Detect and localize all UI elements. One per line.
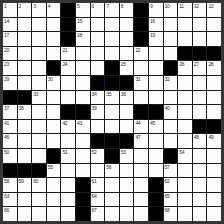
cell-r12c6[interactable] (76, 164, 90, 178)
cell-r15c7[interactable]: 67 (91, 207, 105, 221)
cell-r12c10[interactable] (134, 164, 148, 178)
cell-r7c10[interactable] (134, 91, 148, 105)
cell-r9c1[interactable]: 41 (3, 120, 17, 134)
clue-number-4: 4 (48, 3, 50, 9)
cell-r15c12[interactable]: 68 (164, 207, 178, 221)
cell-r4c13-block (178, 47, 192, 61)
cell-r8c13[interactable] (178, 105, 192, 119)
cell-r7c15[interactable] (207, 91, 221, 105)
cell-r6c15[interactable] (207, 76, 221, 90)
clue-number-49: 49 (208, 134, 213, 140)
cell-r6c5[interactable] (61, 76, 75, 90)
clue-number-18: 18 (77, 32, 82, 38)
cell-r7c7[interactable]: 34 (91, 91, 105, 105)
clue-number-35: 35 (106, 91, 111, 97)
cell-r7c3[interactable]: 33 (32, 91, 46, 105)
cell-r11c3[interactable] (32, 149, 46, 163)
cell-r9c11[interactable]: 45 (149, 120, 163, 134)
cell-r14c11-block (149, 193, 163, 207)
cell-r5c14[interactable]: 27 (193, 61, 207, 75)
clue-number-39: 39 (92, 105, 97, 111)
cell-r6c13[interactable] (178, 76, 192, 90)
cell-r1c1[interactable]: 1 (3, 3, 17, 17)
clue-number-53: 53 (121, 149, 126, 155)
clue-number-68: 68 (165, 207, 170, 213)
cell-r15c11-block (149, 207, 163, 221)
cell-r12c11[interactable] (149, 164, 163, 178)
clue-number-8: 8 (121, 3, 123, 9)
clue-number-41: 41 (4, 120, 9, 126)
cell-r8c7[interactable]: 39 (91, 105, 105, 119)
cell-r5c3[interactable] (32, 61, 46, 75)
cell-r12c5[interactable] (61, 164, 75, 178)
cell-r3c10-block (134, 32, 148, 46)
cell-r5c5[interactable]: 24 (61, 61, 75, 75)
cell-r7c1-block (3, 91, 17, 105)
cell-r12c12[interactable]: 57 (164, 164, 178, 178)
cell-r8c11-block (149, 105, 163, 119)
cell-r6c10[interactable]: 31 (134, 76, 148, 90)
clue-number-28: 28 (208, 61, 213, 67)
cell-r4c2[interactable] (18, 47, 32, 61)
cell-r1c12[interactable]: 10 (164, 3, 178, 17)
clue-number-7: 7 (106, 3, 108, 9)
clue-number-43: 43 (77, 120, 82, 126)
cell-r13c12[interactable]: 62 (164, 178, 178, 192)
cell-r15c5[interactable] (61, 207, 75, 221)
clue-number-13: 13 (208, 3, 213, 9)
cell-r13c14[interactable] (193, 178, 207, 192)
cell-r5c1[interactable]: 23 (3, 61, 17, 75)
cell-r2c3[interactable] (32, 18, 46, 32)
cell-r1c10-block (134, 3, 148, 17)
cell-r15c4[interactable] (47, 207, 61, 221)
cell-r14c3[interactable] (32, 193, 46, 207)
cell-r4c1[interactable]: 20 (3, 47, 17, 61)
cell-r1c4[interactable]: 4 (47, 3, 61, 17)
cell-r11c10[interactable] (134, 149, 148, 163)
clue-number-12: 12 (194, 3, 199, 9)
cell-r3c4[interactable] (47, 32, 61, 46)
clue-number-52: 52 (92, 149, 97, 155)
cell-r7c2-block (18, 91, 32, 105)
cell-r15c9[interactable] (120, 207, 134, 221)
cell-r8c12[interactable]: 40 (164, 105, 178, 119)
crossword-grid: 1234567891011121314151617181920212223242… (0, 0, 224, 224)
cell-r1c8[interactable]: 7 (105, 3, 119, 17)
cell-r15c8[interactable] (105, 207, 119, 221)
cell-r12c1-block (3, 164, 17, 178)
clue-number-22: 22 (135, 47, 140, 53)
cell-r12c2-block (18, 164, 32, 178)
cell-r13c2[interactable]: 59 (18, 178, 32, 192)
clue-number-24: 24 (62, 61, 67, 67)
cell-r6c9-block (120, 76, 134, 90)
clue-number-47: 47 (135, 134, 140, 140)
clue-number-25: 25 (121, 61, 126, 67)
cell-r7c13[interactable] (178, 91, 192, 105)
cell-r3c15[interactable] (207, 32, 221, 46)
cell-r11c4-block (47, 149, 61, 163)
cell-r3c1[interactable]: 17 (3, 32, 17, 46)
cell-r15c10[interactable] (134, 207, 148, 221)
cell-r15c1[interactable]: 66 (3, 207, 17, 221)
cell-r9c7[interactable] (91, 120, 105, 134)
cell-r3c6[interactable]: 18 (76, 32, 90, 46)
cell-r11c7[interactable]: 52 (91, 149, 105, 163)
cell-r13c15[interactable] (207, 178, 221, 192)
cell-r10c3[interactable] (32, 134, 46, 148)
clue-number-20: 20 (4, 47, 9, 53)
cell-r13c13[interactable] (178, 178, 192, 192)
clue-number-26: 26 (179, 61, 184, 67)
cell-r10c13[interactable] (178, 134, 192, 148)
cell-r1c5-block (61, 3, 75, 17)
cell-r10c11[interactable] (149, 134, 163, 148)
cell-r14c9[interactable] (120, 193, 134, 207)
cell-r3c2[interactable] (18, 32, 32, 46)
cell-r13c4[interactable] (47, 178, 61, 192)
crossword-puzzle: 1234567891011121314151617181920212223242… (0, 0, 224, 224)
cell-r2c7[interactable] (91, 18, 105, 32)
cell-r3c13[interactable] (178, 32, 192, 46)
cell-r3c14[interactable] (193, 32, 207, 46)
cell-r5c4-block (47, 61, 61, 75)
clue-number-42: 42 (62, 120, 67, 126)
cell-r2c4[interactable] (47, 18, 61, 32)
clue-number-46: 46 (4, 134, 9, 140)
clue-number-37: 37 (4, 105, 9, 111)
cell-r3c8[interactable] (105, 32, 119, 46)
cell-r1c6[interactable]: 5 (76, 3, 90, 17)
cell-r11c6[interactable] (76, 149, 90, 163)
cell-r14c15[interactable] (207, 193, 221, 207)
clue-number-27: 27 (194, 61, 199, 67)
cell-r11c12-block (164, 149, 178, 163)
cell-r7c5[interactable] (61, 91, 75, 105)
cell-r10c7-block (91, 134, 105, 148)
cell-r9c12[interactable] (164, 120, 178, 134)
cell-r9c3[interactable] (32, 120, 46, 134)
clue-number-30: 30 (48, 76, 53, 82)
clue-number-50: 50 (4, 149, 9, 155)
cell-r9c14-block (193, 120, 207, 134)
cell-r12c3-block (32, 164, 46, 178)
cell-r6c4[interactable]: 30 (47, 76, 61, 90)
clue-number-15: 15 (77, 18, 82, 24)
cell-r15c14[interactable] (193, 207, 207, 221)
cell-r2c8[interactable] (105, 18, 119, 32)
cell-r7c8[interactable]: 35 (105, 91, 119, 105)
cell-r13c11-block (149, 178, 163, 192)
cell-r5c11[interactable] (149, 61, 163, 75)
cell-r4c12[interactable] (164, 47, 178, 61)
clue-number-14: 14 (4, 18, 9, 24)
clue-number-40: 40 (165, 105, 170, 111)
cell-r6c12[interactable]: 32 (164, 76, 178, 90)
clue-number-5: 5 (77, 3, 79, 9)
cell-r8c9[interactable] (120, 105, 134, 119)
cell-r1c2[interactable]: 2 (18, 3, 32, 17)
cell-r10c8-block (105, 134, 119, 148)
cell-r10c1[interactable]: 46 (3, 134, 17, 148)
cell-r4c14-block (193, 47, 207, 61)
clue-number-61: 61 (92, 178, 97, 184)
cell-r11c14[interactable] (193, 149, 207, 163)
clue-number-11: 11 (179, 3, 184, 9)
cell-r14c6-block (76, 193, 90, 207)
cell-r11c11[interactable] (149, 149, 163, 163)
cell-r2c11[interactable]: 16 (149, 18, 163, 32)
cell-r11c9[interactable]: 53 (120, 149, 134, 163)
clue-number-54: 54 (179, 149, 184, 155)
cell-r4c10[interactable]: 22 (134, 47, 148, 61)
cell-r8c8[interactable] (105, 105, 119, 119)
cell-r14c12[interactable]: 65 (164, 193, 178, 207)
cell-r9c9[interactable] (120, 120, 134, 134)
cell-r15c13[interactable] (178, 207, 192, 221)
cell-r11c8-block (105, 149, 119, 163)
cell-r6c1[interactable]: 29 (3, 76, 17, 90)
clue-number-33: 33 (33, 91, 38, 97)
clue-number-56: 56 (106, 164, 111, 170)
cell-r9c10[interactable]: 44 (134, 120, 148, 134)
cell-r2c14[interactable] (193, 18, 207, 32)
cell-r7c12[interactable] (164, 91, 178, 105)
cell-r6c14[interactable] (193, 76, 207, 90)
clue-number-34: 34 (92, 91, 97, 97)
clue-number-55: 55 (48, 164, 53, 170)
cell-r11c13[interactable]: 54 (178, 149, 192, 163)
cell-r9c5[interactable]: 42 (61, 120, 75, 134)
cell-r4c15-block (207, 47, 221, 61)
cell-r7c9[interactable]: 36 (120, 91, 134, 105)
cell-r4c4[interactable] (47, 47, 61, 61)
clue-number-38: 38 (19, 105, 24, 111)
clue-number-64: 64 (92, 193, 97, 199)
clue-number-31: 31 (135, 76, 140, 82)
cell-r10c4[interactable] (47, 134, 61, 148)
cell-r8c6-block (76, 105, 90, 119)
cell-r13c8[interactable] (105, 178, 119, 192)
cell-r2c5-block (61, 18, 75, 32)
cell-r6c2[interactable] (18, 76, 32, 90)
cell-r10c12[interactable] (164, 134, 178, 148)
cell-r14c7[interactable]: 64 (91, 193, 105, 207)
cell-r6c7-block (91, 76, 105, 90)
cell-r10c14[interactable]: 48 (193, 134, 207, 148)
cell-r11c5[interactable]: 51 (61, 149, 75, 163)
clue-number-51: 51 (62, 149, 67, 155)
clue-number-2: 2 (19, 3, 21, 9)
cell-r9c2[interactable] (18, 120, 32, 134)
cell-r3c7[interactable] (91, 32, 105, 46)
cell-r4c7[interactable] (91, 47, 105, 61)
cell-r15c2[interactable] (18, 207, 32, 221)
cell-r5c9[interactable]: 25 (120, 61, 134, 75)
cell-r12c9[interactable] (120, 164, 134, 178)
clue-number-32: 32 (165, 76, 170, 82)
cell-r9c6[interactable]: 43 (76, 120, 90, 134)
clue-number-16: 16 (150, 18, 155, 24)
cell-r1c11[interactable]: 9 (149, 3, 163, 17)
cell-r14c1[interactable]: 63 (3, 193, 17, 207)
cell-r15c15[interactable] (207, 207, 221, 221)
cell-r6c3[interactable] (32, 76, 46, 90)
cell-r2c6[interactable]: 15 (76, 18, 90, 32)
cell-r7c6[interactable] (76, 91, 90, 105)
cell-r12c15[interactable] (207, 164, 221, 178)
cell-r4c6[interactable] (76, 47, 90, 61)
clue-number-3: 3 (33, 3, 35, 9)
clue-number-66: 66 (4, 207, 9, 213)
cell-r5c12-block (164, 61, 178, 75)
clue-number-19: 19 (150, 32, 155, 38)
cell-r14c2[interactable] (18, 193, 32, 207)
cell-r15c6-block (76, 207, 90, 221)
cell-r8c5-block (61, 105, 75, 119)
cell-r5c10[interactable] (134, 61, 148, 75)
cell-r5c8-block (105, 61, 119, 75)
cell-r6c8-block (105, 76, 119, 90)
cell-r5c15[interactable]: 28 (207, 61, 221, 75)
cell-r2c10-block (134, 18, 148, 32)
cell-r7c11[interactable] (149, 91, 163, 105)
cell-r4c9[interactable] (120, 47, 134, 61)
cell-r14c13[interactable] (178, 193, 192, 207)
cell-r8c15[interactable] (207, 105, 221, 119)
cell-r1c3[interactable]: 3 (32, 3, 46, 17)
cell-r9c15-block (207, 120, 221, 134)
cell-r3c5-block (61, 32, 75, 46)
clue-number-36: 36 (121, 91, 126, 97)
cell-r1c15[interactable]: 13 (207, 3, 221, 17)
cell-r3c3[interactable] (32, 32, 46, 46)
cell-r14c8[interactable] (105, 193, 119, 207)
clue-number-17: 17 (4, 32, 9, 38)
cell-r12c14[interactable] (193, 164, 207, 178)
cell-r4c3[interactable] (32, 47, 46, 61)
cell-r4c5[interactable]: 21 (61, 47, 75, 61)
cell-r5c7[interactable] (91, 61, 105, 75)
cell-r5c13[interactable]: 26 (178, 61, 192, 75)
cell-r11c1[interactable]: 50 (3, 149, 17, 163)
clue-number-45: 45 (150, 120, 155, 126)
cell-r8c2[interactable]: 38 (18, 105, 32, 119)
cell-r3c12[interactable] (164, 32, 178, 46)
clue-number-62: 62 (165, 178, 170, 184)
cell-r11c15[interactable] (207, 149, 221, 163)
cell-r10c15[interactable]: 49 (207, 134, 221, 148)
cell-r1c13[interactable]: 11 (178, 3, 192, 17)
clue-number-10: 10 (165, 3, 170, 9)
cell-r13c10[interactable] (134, 178, 148, 192)
cell-r8c3[interactable] (32, 105, 46, 119)
cell-r11c2[interactable] (18, 149, 32, 163)
cell-r8c1[interactable]: 37 (3, 105, 17, 119)
cell-r6c11[interactable] (149, 76, 163, 90)
cell-r14c14[interactable] (193, 193, 207, 207)
cell-r10c9-block (120, 134, 134, 148)
cell-r1c9[interactable]: 8 (120, 3, 134, 17)
cell-r13c6-block (76, 178, 90, 192)
cell-r12c7[interactable] (91, 164, 105, 178)
clue-number-29: 29 (4, 76, 9, 82)
clue-number-63: 63 (4, 193, 9, 199)
cell-r1c14[interactable]: 12 (193, 3, 207, 17)
cell-r13c9[interactable] (120, 178, 134, 192)
cell-r8c10-block (134, 105, 148, 119)
cell-r5c6[interactable] (76, 61, 90, 75)
cell-r2c2[interactable] (18, 18, 32, 32)
cell-r10c10[interactable]: 47 (134, 134, 148, 148)
cell-r2c12[interactable] (164, 18, 178, 32)
clue-number-1: 1 (4, 3, 6, 9)
cell-r12c4[interactable]: 55 (47, 164, 61, 178)
cell-r8c14[interactable] (193, 105, 207, 119)
clue-number-44: 44 (135, 120, 140, 126)
clue-number-48: 48 (194, 134, 199, 140)
clue-number-57: 57 (165, 164, 170, 170)
cell-r2c1[interactable]: 14 (3, 18, 17, 32)
cell-r12c13[interactable] (178, 164, 192, 178)
clue-number-6: 6 (92, 3, 94, 9)
cell-r9c8[interactable] (105, 120, 119, 134)
cell-r3c11[interactable]: 19 (149, 32, 163, 46)
cell-r5c2[interactable] (18, 61, 32, 75)
cell-r10c6[interactable] (76, 134, 90, 148)
cell-r2c9[interactable] (120, 18, 134, 32)
clue-number-23: 23 (4, 61, 9, 67)
cell-r12c8[interactable]: 56 (105, 164, 119, 178)
clue-number-9: 9 (150, 3, 152, 9)
cell-r13c3[interactable]: 60 (32, 178, 46, 192)
cell-r8c4[interactable] (47, 105, 61, 119)
cell-r10c5[interactable] (61, 134, 75, 148)
clue-number-67: 67 (92, 207, 97, 213)
cell-r4c11[interactable] (149, 47, 163, 61)
cell-r6c6[interactable] (76, 76, 90, 90)
cell-r2c13[interactable] (178, 18, 192, 32)
cell-r13c1[interactable]: 58 (3, 178, 17, 192)
cell-r10c2[interactable] (18, 134, 32, 148)
cell-r13c5[interactable] (61, 178, 75, 192)
cell-r4c8[interactable] (105, 47, 119, 61)
cell-r9c4[interactable] (47, 120, 61, 134)
cell-r7c4[interactable] (47, 91, 61, 105)
clue-number-65: 65 (165, 193, 170, 199)
cell-r2c15[interactable] (207, 18, 221, 32)
clue-number-21: 21 (62, 47, 67, 53)
clue-number-59: 59 (19, 178, 24, 184)
cell-r3c9[interactable] (120, 32, 134, 46)
clue-number-60: 60 (33, 178, 38, 184)
cell-r7c14[interactable] (193, 91, 207, 105)
cell-r9c13[interactable] (178, 120, 192, 134)
cell-r13c7[interactable]: 61 (91, 178, 105, 192)
cell-r14c10[interactable] (134, 193, 148, 207)
cell-r1c7[interactable]: 6 (91, 3, 105, 17)
clue-number-58: 58 (4, 178, 9, 184)
cell-r14c5[interactable] (61, 193, 75, 207)
cell-r14c4[interactable] (47, 193, 61, 207)
cell-r15c3[interactable] (32, 207, 46, 221)
